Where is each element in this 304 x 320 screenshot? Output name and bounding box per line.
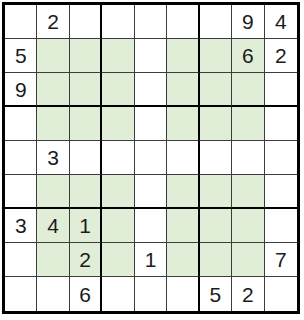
cell-r2c8[interactable]: 6 bbox=[232, 39, 264, 73]
cell-r3c4[interactable] bbox=[102, 73, 134, 107]
cell-r9c3[interactable]: 6 bbox=[70, 277, 102, 311]
cell-r9c7[interactable]: 5 bbox=[200, 277, 232, 311]
cell-r2c7[interactable] bbox=[200, 39, 232, 73]
cell-r6c7[interactable] bbox=[200, 175, 232, 209]
cell-r6c9[interactable] bbox=[265, 175, 297, 209]
cell-r6c8[interactable] bbox=[232, 175, 264, 209]
cell-r2c4[interactable] bbox=[102, 39, 134, 73]
cell-r9c6[interactable] bbox=[167, 277, 199, 311]
cell-r8c1[interactable] bbox=[5, 243, 37, 277]
cell-r5c1[interactable] bbox=[5, 141, 37, 175]
cell-r4c2[interactable] bbox=[37, 107, 69, 141]
cell-r5c8[interactable] bbox=[232, 141, 264, 175]
cell-r7c2[interactable]: 4 bbox=[37, 209, 69, 243]
cell-r3c8[interactable] bbox=[232, 73, 264, 107]
cell-r7c8[interactable] bbox=[232, 209, 264, 243]
cell-r3c3[interactable] bbox=[70, 73, 102, 107]
cell-r9c2[interactable] bbox=[37, 277, 69, 311]
cell-r5c2[interactable]: 3 bbox=[37, 141, 69, 175]
cell-r6c2[interactable] bbox=[37, 175, 69, 209]
cell-r6c3[interactable] bbox=[70, 175, 102, 209]
cell-r3c6[interactable] bbox=[167, 73, 199, 107]
cell-r6c6[interactable] bbox=[167, 175, 199, 209]
cell-r7c6[interactable] bbox=[167, 209, 199, 243]
cell-r2c3[interactable] bbox=[70, 39, 102, 73]
cell-r2c6[interactable] bbox=[167, 39, 199, 73]
cell-r4c5[interactable] bbox=[135, 107, 167, 141]
cell-r8c9[interactable]: 7 bbox=[265, 243, 297, 277]
cell-r9c8[interactable]: 2 bbox=[232, 277, 264, 311]
cell-r7c7[interactable] bbox=[200, 209, 232, 243]
cell-r2c9[interactable]: 2 bbox=[265, 39, 297, 73]
cell-r7c5[interactable] bbox=[135, 209, 167, 243]
cell-r5c9[interactable] bbox=[265, 141, 297, 175]
cell-r4c4[interactable] bbox=[102, 107, 134, 141]
cell-r8c6[interactable] bbox=[167, 243, 199, 277]
cell-r3c9[interactable] bbox=[265, 73, 297, 107]
cell-r7c9[interactable] bbox=[265, 209, 297, 243]
cell-r4c1[interactable] bbox=[5, 107, 37, 141]
cell-r6c4[interactable] bbox=[102, 175, 134, 209]
cell-r2c2[interactable] bbox=[37, 39, 69, 73]
cell-r9c1[interactable] bbox=[5, 277, 37, 311]
cell-r8c3[interactable]: 2 bbox=[70, 243, 102, 277]
cell-r7c4[interactable] bbox=[102, 209, 134, 243]
cell-r9c5[interactable] bbox=[135, 277, 167, 311]
cell-r8c7[interactable] bbox=[200, 243, 232, 277]
cell-r1c8[interactable]: 9 bbox=[232, 5, 264, 39]
cell-r6c1[interactable] bbox=[5, 175, 37, 209]
cell-r5c6[interactable] bbox=[167, 141, 199, 175]
cell-r1c7[interactable] bbox=[200, 5, 232, 39]
cell-r4c7[interactable] bbox=[200, 107, 232, 141]
cell-r3c7[interactable] bbox=[200, 73, 232, 107]
cell-r1c2[interactable]: 2 bbox=[37, 5, 69, 39]
cell-r5c7[interactable] bbox=[200, 141, 232, 175]
cell-r6c5[interactable] bbox=[135, 175, 167, 209]
cell-r5c5[interactable] bbox=[135, 141, 167, 175]
cell-r8c5[interactable]: 1 bbox=[135, 243, 167, 277]
cell-r1c9[interactable]: 4 bbox=[265, 5, 297, 39]
cell-r1c3[interactable] bbox=[70, 5, 102, 39]
cell-r3c5[interactable] bbox=[135, 73, 167, 107]
cell-r4c9[interactable] bbox=[265, 107, 297, 141]
cell-r9c4[interactable] bbox=[102, 277, 134, 311]
cell-r8c8[interactable] bbox=[232, 243, 264, 277]
cell-r3c2[interactable] bbox=[37, 73, 69, 107]
cell-r7c3[interactable]: 1 bbox=[70, 209, 102, 243]
cell-r4c8[interactable] bbox=[232, 107, 264, 141]
cell-r3c1[interactable]: 9 bbox=[5, 73, 37, 107]
cell-r4c6[interactable] bbox=[167, 107, 199, 141]
cell-r5c4[interactable] bbox=[102, 141, 134, 175]
cell-r1c6[interactable] bbox=[167, 5, 199, 39]
sudoku-board: 29456293341217652 bbox=[2, 2, 300, 314]
cell-r9c9[interactable] bbox=[265, 277, 297, 311]
cell-r1c4[interactable] bbox=[102, 5, 134, 39]
cell-r2c5[interactable] bbox=[135, 39, 167, 73]
cell-r4c3[interactable] bbox=[70, 107, 102, 141]
cell-r7c1[interactable]: 3 bbox=[5, 209, 37, 243]
cell-r1c5[interactable] bbox=[135, 5, 167, 39]
cell-r1c1[interactable] bbox=[5, 5, 37, 39]
cell-r8c4[interactable] bbox=[102, 243, 134, 277]
cell-r5c3[interactable] bbox=[70, 141, 102, 175]
cell-r8c2[interactable] bbox=[37, 243, 69, 277]
cell-r2c1[interactable]: 5 bbox=[5, 39, 37, 73]
